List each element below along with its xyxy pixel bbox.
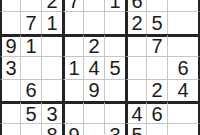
cell-r6c9[interactable]: 4 [167, 79, 200, 101]
cell-r4c1[interactable]: 9 [0, 34, 20, 56]
cell-r2c5[interactable] [83, 0, 104, 11]
cell-r2c8[interactable] [146, 0, 167, 11]
cell-r5c5[interactable]: 4 [83, 56, 104, 78]
cell-r4c4[interactable] [62, 34, 83, 56]
cell-r6c5[interactable]: 9 [83, 79, 104, 101]
cell-r7c4[interactable] [62, 101, 83, 123]
cell-r3c2[interactable]: 7 [20, 11, 41, 33]
cell-r4c3[interactable] [41, 34, 62, 56]
cell-r3c3[interactable]: 1 [41, 11, 62, 33]
cell-r3c1[interactable] [0, 11, 20, 33]
cell-r5c1[interactable]: 3 [0, 56, 20, 78]
cell-r6c2[interactable]: 6 [20, 79, 41, 101]
cell-r3c4[interactable] [62, 11, 83, 33]
cell-r2c7[interactable]: 6 [125, 0, 146, 11]
cell-r6c3[interactable] [41, 79, 62, 101]
cell-r5c8[interactable] [146, 56, 167, 78]
cell-r7c3[interactable]: 3 [41, 101, 62, 123]
cell-r7c8[interactable]: 6 [146, 101, 167, 123]
cell-r3c7[interactable]: 2 [125, 11, 146, 33]
cell-r7c5[interactable] [83, 101, 104, 123]
cell-r5c4[interactable]: 1 [62, 56, 83, 78]
cell-r8c5[interactable] [83, 123, 104, 135]
cell-r8c1[interactable] [0, 123, 20, 135]
cell-r6c1[interactable] [0, 79, 20, 101]
cell-r2c6[interactable]: 1 [104, 0, 125, 11]
cell-r5c3[interactable] [41, 56, 62, 78]
cell-r8c4[interactable]: 9 [62, 123, 83, 135]
cell-r8c9[interactable] [167, 123, 200, 135]
cell-r3c8[interactable]: 5 [146, 11, 167, 33]
cell-r2c3[interactable]: 2 [41, 0, 62, 11]
cell-r3c5[interactable] [83, 11, 104, 33]
cell-r4c6[interactable] [104, 34, 125, 56]
cell-r7c6[interactable] [104, 101, 125, 123]
cell-r8c3[interactable]: 8 [41, 123, 62, 135]
cell-r2c1[interactable] [0, 0, 20, 11]
cell-r4c2[interactable]: 1 [20, 34, 41, 56]
cell-r2c4[interactable]: 7 [62, 0, 83, 11]
cell-r5c7[interactable] [125, 56, 146, 78]
sudoku-board: 27167125912731456692453468935 [0, 0, 200, 135]
cell-r4c9[interactable] [167, 34, 200, 56]
cell-r7c2[interactable]: 5 [20, 101, 41, 123]
cell-r6c8[interactable]: 2 [146, 79, 167, 101]
cell-r3c9[interactable] [167, 11, 200, 33]
cell-r7c9[interactable] [167, 101, 200, 123]
cell-r7c7[interactable]: 4 [125, 101, 146, 123]
cell-r8c2[interactable] [20, 123, 41, 135]
cell-r4c5[interactable]: 2 [83, 34, 104, 56]
cell-r4c8[interactable]: 7 [146, 34, 167, 56]
cell-r2c2[interactable] [20, 0, 41, 11]
cell-r4c7[interactable] [125, 34, 146, 56]
cell-r5c2[interactable] [20, 56, 41, 78]
cell-r8c6[interactable]: 3 [104, 123, 125, 135]
cell-r7c1[interactable] [0, 101, 20, 123]
cell-r6c6[interactable] [104, 79, 125, 101]
cell-r6c7[interactable] [125, 79, 146, 101]
cell-r5c9[interactable]: 6 [167, 56, 200, 78]
sudoku-grid: 27167125912731456692453468935 [0, 0, 200, 135]
cell-r3c6[interactable] [104, 11, 125, 33]
cell-r6c4[interactable] [62, 79, 83, 101]
cell-r5c6[interactable]: 5 [104, 56, 125, 78]
cell-r8c8[interactable] [146, 123, 167, 135]
cell-r8c7[interactable]: 5 [125, 123, 146, 135]
cell-r2c9[interactable] [167, 0, 200, 11]
